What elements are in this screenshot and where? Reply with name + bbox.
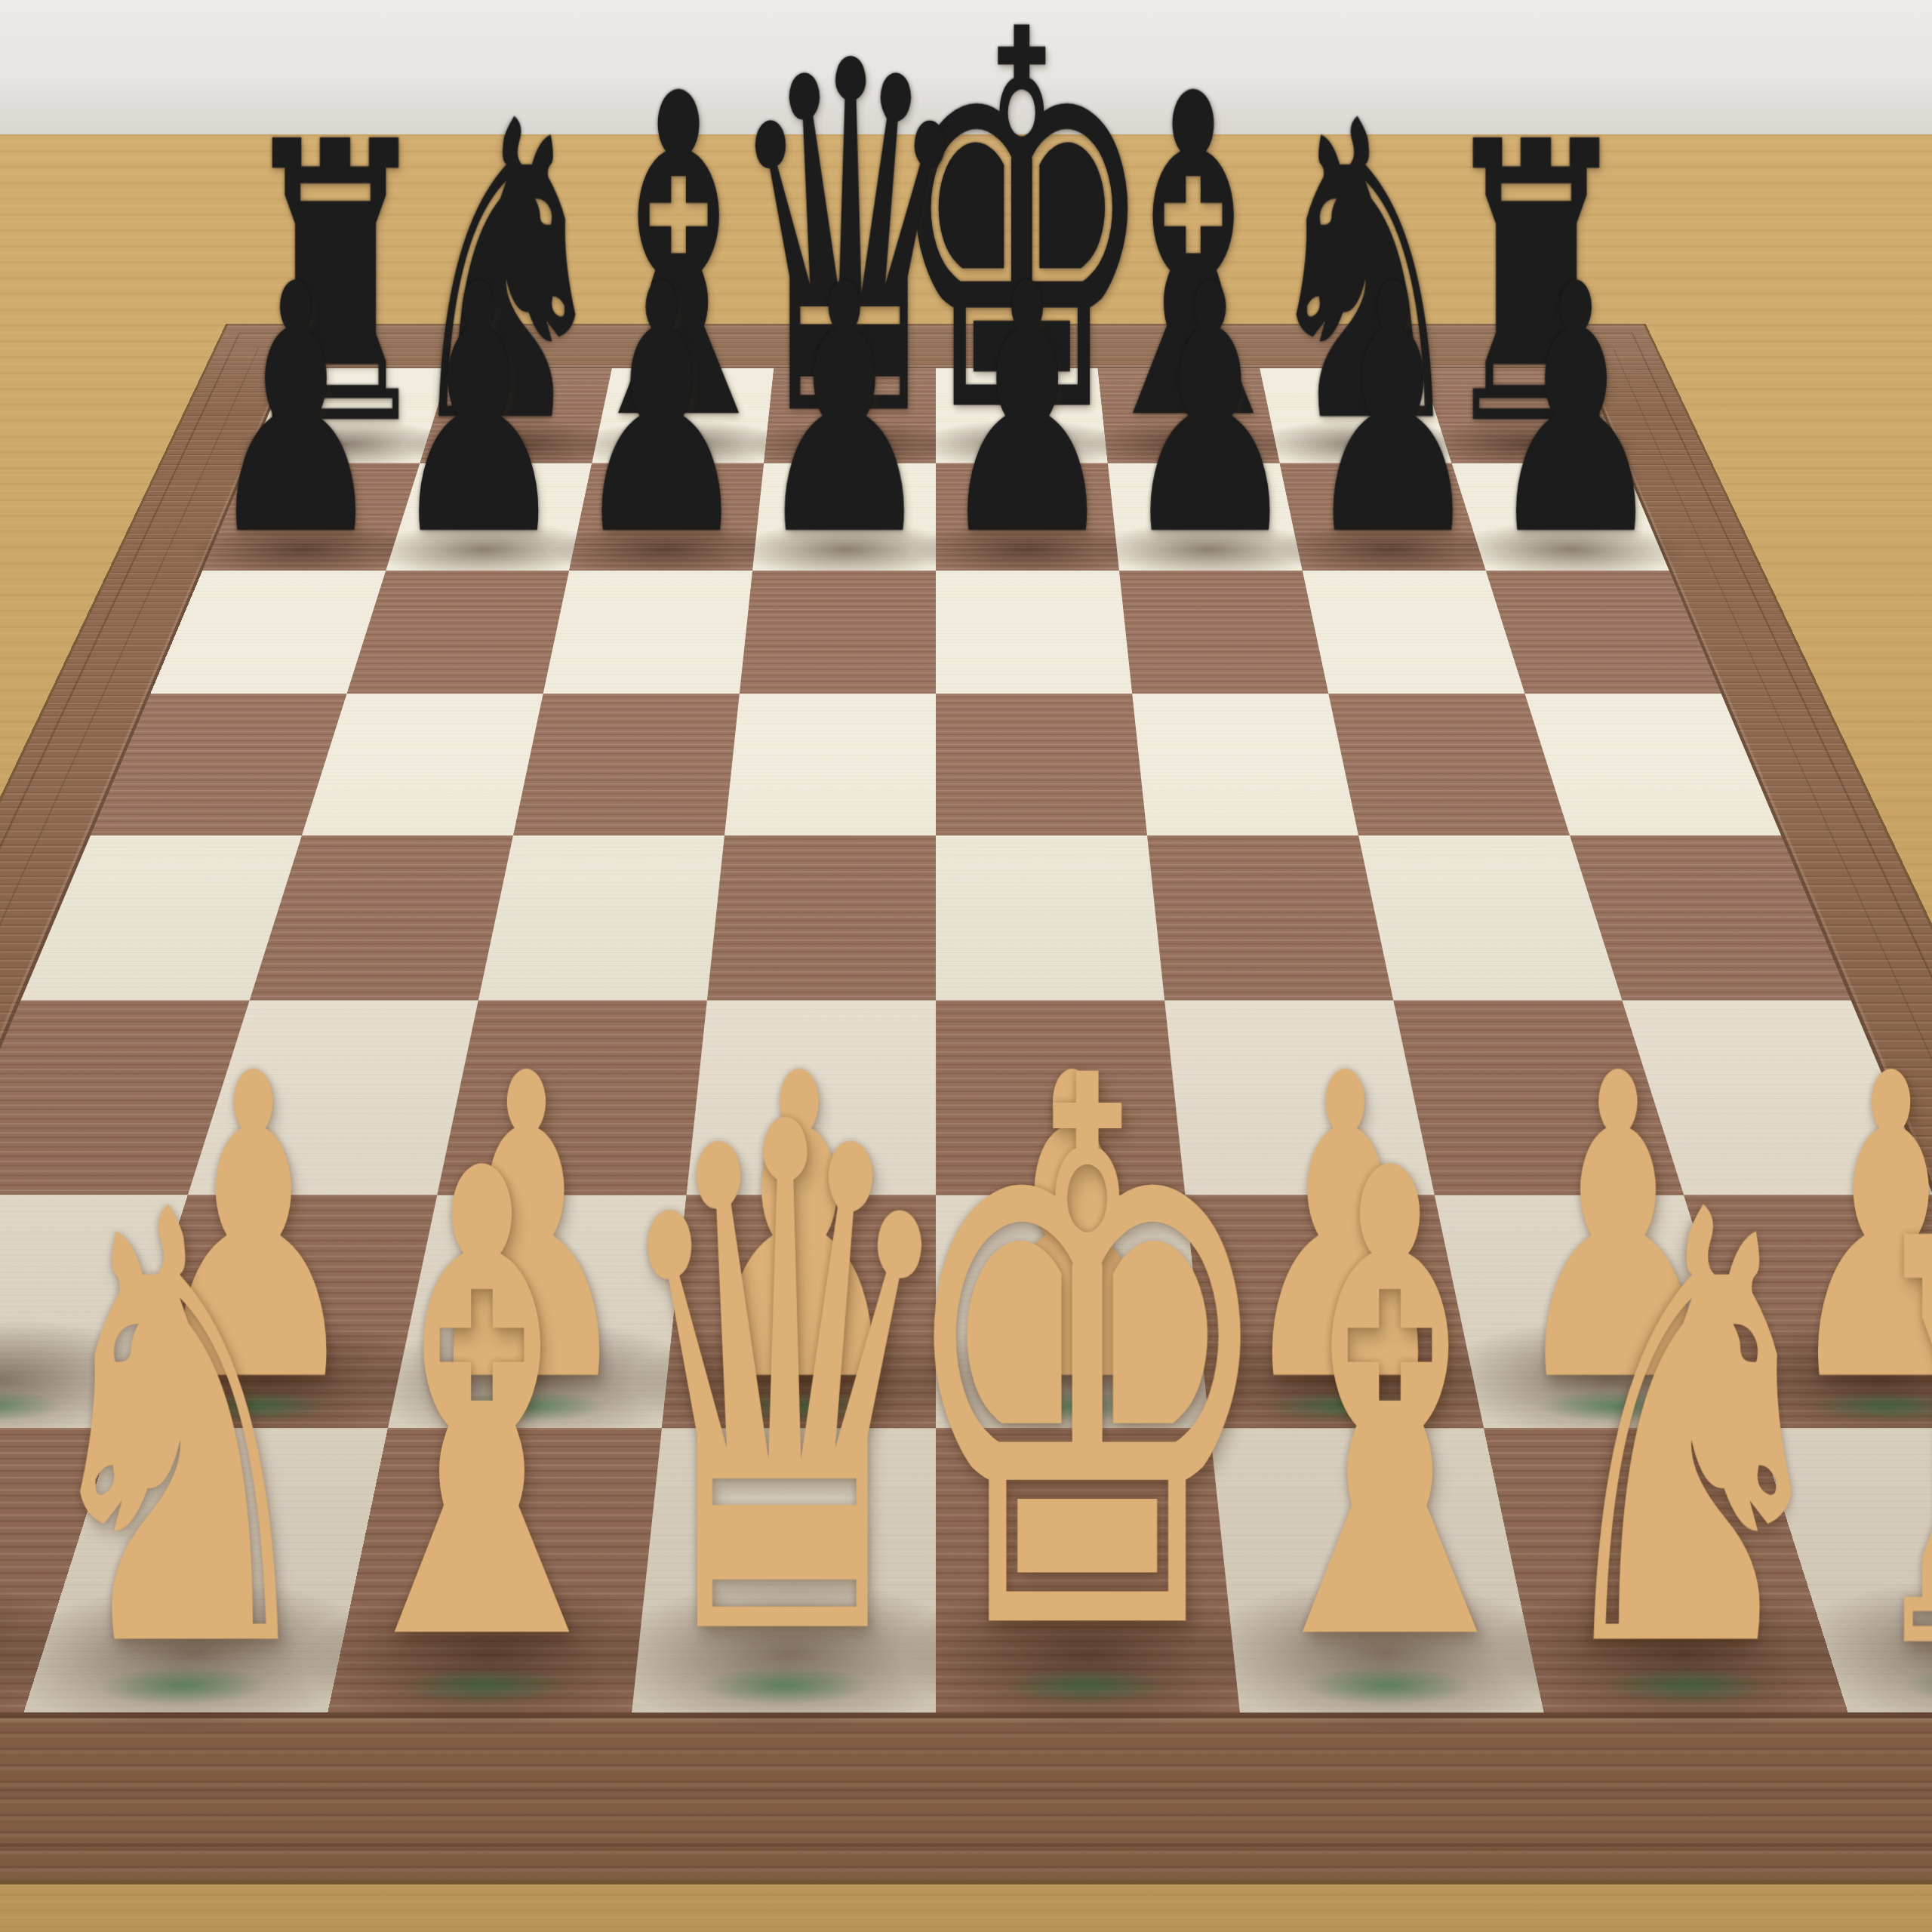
square-h7[interactable]: ♟ (1452, 463, 1669, 571)
square-g1[interactable]: ♞ (1484, 1428, 1848, 1712)
square-c6[interactable] (543, 571, 752, 694)
white-knight-b1[interactable]: ♞ (24, 1164, 334, 1700)
white-bishop-f1[interactable]: ♝ (1223, 1122, 1557, 1700)
square-c4[interactable] (478, 835, 724, 1001)
square-b1[interactable]: ♞ (23, 1428, 388, 1712)
square-c7[interactable]: ♟ (569, 463, 764, 571)
black-pawn-e7[interactable]: ♟ (938, 258, 1117, 567)
black-pawn-d7[interactable]: ♟ (755, 258, 934, 567)
square-h6[interactable] (1486, 571, 1721, 694)
square-f6[interactable] (1119, 571, 1328, 694)
square-b7[interactable]: ♟ (386, 463, 592, 571)
square-g5[interactable] (1328, 694, 1570, 835)
square-g7[interactable]: ♟ (1280, 463, 1486, 571)
white-bishop-c1[interactable]: ♝ (315, 1122, 649, 1700)
black-pawn-g7[interactable]: ♟ (1303, 258, 1482, 567)
white-rook-h1[interactable]: ♜ (1850, 1198, 1932, 1700)
black-pawn-b7[interactable]: ♟ (389, 258, 568, 567)
square-c5[interactable] (513, 694, 740, 835)
square-d5[interactable] (724, 694, 936, 835)
square-b6[interactable] (347, 571, 570, 694)
white-knight-g1[interactable]: ♞ (1537, 1164, 1847, 1700)
chess-board: ♜♞♝♛♚♝♞♜♟♟♟♟♟♟♟♟♟♟♟♟♟♟♟♟♜♞♝♛♚♝♞♜ (0, 325, 1932, 1879)
square-d7[interactable]: ♟ (752, 463, 936, 571)
board-playing-area: ♜♞♝♛♚♝♞♜♟♟♟♟♟♟♟♟♟♟♟♟♟♟♟♟♜♞♝♛♚♝♞♜ (0, 368, 1932, 1712)
square-f1[interactable]: ♝ (1210, 1428, 1544, 1712)
square-e6[interactable] (936, 571, 1132, 694)
scene: ♜♞♝♛♚♝♞♜♟♟♟♟♟♟♟♟♟♟♟♟♟♟♟♟♜♞♝♛♚♝♞♜ (0, 0, 1932, 1932)
white-rook-a1[interactable]: ♜ (0, 1198, 22, 1700)
square-a6[interactable] (150, 571, 386, 694)
square-e7[interactable]: ♟ (936, 463, 1119, 571)
square-h5[interactable] (1524, 694, 1781, 835)
square-e1[interactable]: ♚ (936, 1428, 1240, 1712)
black-pawn-h7[interactable]: ♟ (1487, 258, 1666, 567)
black-pawn-a7[interactable]: ♟ (207, 258, 386, 567)
square-d6[interactable] (740, 571, 936, 694)
black-pawn-c7[interactable]: ♟ (572, 258, 751, 567)
black-pawn-f7[interactable]: ♟ (1121, 258, 1300, 567)
square-f5[interactable] (1132, 694, 1358, 835)
square-f7[interactable]: ♟ (1108, 463, 1303, 571)
square-b5[interactable] (302, 694, 543, 835)
square-e5[interactable] (936, 694, 1147, 835)
